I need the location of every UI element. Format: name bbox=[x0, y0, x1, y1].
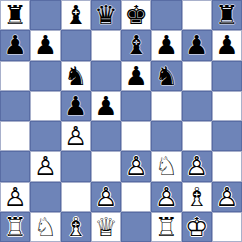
square-a1[interactable]: ♜♖ bbox=[0, 212, 30, 242]
square-h5[interactable] bbox=[212, 91, 242, 121]
square-e1[interactable] bbox=[121, 212, 151, 242]
square-e2[interactable] bbox=[121, 182, 151, 212]
piece-white-king[interactable]: ♚♔ bbox=[182, 212, 212, 242]
square-g1[interactable]: ♚♔ bbox=[182, 212, 212, 242]
piece-outline-glyph: ♕ bbox=[91, 212, 121, 242]
square-b2[interactable] bbox=[30, 182, 60, 212]
piece-glyph: ♜ bbox=[0, 0, 30, 30]
piece-black-pawn[interactable]: ♟ bbox=[121, 61, 151, 91]
piece-black-knight[interactable]: ♞ bbox=[61, 61, 91, 91]
piece-glyph: ♞ bbox=[151, 61, 181, 91]
square-d5[interactable]: ♟ bbox=[91, 91, 121, 121]
square-d1[interactable]: ♛♕ bbox=[91, 212, 121, 242]
piece-glyph: ♟ bbox=[0, 30, 30, 60]
piece-black-king[interactable]: ♚ bbox=[121, 0, 151, 30]
piece-outline-glyph: ♗ bbox=[61, 212, 91, 242]
square-b8[interactable] bbox=[30, 0, 60, 30]
square-h4[interactable] bbox=[212, 121, 242, 151]
square-d4[interactable] bbox=[91, 121, 121, 151]
square-a6[interactable] bbox=[0, 61, 30, 91]
square-c6[interactable]: ♞ bbox=[61, 61, 91, 91]
piece-black-rook[interactable]: ♜ bbox=[0, 0, 30, 30]
piece-black-knight[interactable]: ♞ bbox=[151, 61, 181, 91]
square-c7[interactable] bbox=[61, 30, 91, 60]
square-g4[interactable] bbox=[182, 121, 212, 151]
square-d3[interactable] bbox=[91, 151, 121, 181]
piece-outline-glyph: ♖ bbox=[0, 212, 30, 242]
square-a3[interactable] bbox=[0, 151, 30, 181]
square-a5[interactable] bbox=[0, 91, 30, 121]
square-b7[interactable]: ♟ bbox=[30, 30, 60, 60]
piece-glyph: ♚ bbox=[121, 0, 151, 30]
piece-glyph: ♟ bbox=[61, 91, 91, 121]
piece-glyph: ♝ bbox=[61, 0, 91, 30]
piece-white-knight[interactable]: ♞♘ bbox=[151, 151, 181, 181]
piece-white-pawn[interactable]: ♟♙ bbox=[61, 121, 91, 151]
square-a2[interactable]: ♟♙ bbox=[0, 182, 30, 212]
square-b3[interactable]: ♟♙ bbox=[30, 151, 60, 181]
piece-white-rook[interactable]: ♜♖ bbox=[0, 212, 30, 242]
piece-black-bishop[interactable]: ♝ bbox=[121, 30, 151, 60]
piece-white-bishop[interactable]: ♝♗ bbox=[61, 212, 91, 242]
square-c5[interactable]: ♟ bbox=[61, 91, 91, 121]
piece-glyph: ♟ bbox=[30, 30, 60, 60]
square-c8[interactable]: ♝ bbox=[61, 0, 91, 30]
piece-black-rook[interactable]: ♜ bbox=[212, 0, 242, 30]
piece-black-queen[interactable]: ♛ bbox=[91, 0, 121, 30]
square-g3[interactable]: ♟♙ bbox=[182, 151, 212, 181]
piece-glyph: ♟ bbox=[151, 30, 181, 60]
square-f5[interactable] bbox=[151, 91, 181, 121]
square-g7[interactable]: ♟ bbox=[182, 30, 212, 60]
square-b5[interactable] bbox=[30, 91, 60, 121]
piece-outline-glyph: ♗ bbox=[182, 182, 212, 212]
piece-black-pawn[interactable]: ♟ bbox=[0, 30, 30, 60]
square-c3[interactable] bbox=[61, 151, 91, 181]
square-f2[interactable]: ♟♙ bbox=[151, 182, 181, 212]
piece-glyph: ♞ bbox=[61, 61, 91, 91]
square-e5[interactable] bbox=[121, 91, 151, 121]
square-h7[interactable]: ♟ bbox=[212, 30, 242, 60]
square-c1[interactable]: ♝♗ bbox=[61, 212, 91, 242]
piece-white-queen[interactable]: ♛♕ bbox=[91, 212, 121, 242]
square-a4[interactable] bbox=[0, 121, 30, 151]
square-f4[interactable] bbox=[151, 121, 181, 151]
piece-black-bishop[interactable]: ♝ bbox=[61, 0, 91, 30]
square-h3[interactable] bbox=[212, 151, 242, 181]
piece-outline-glyph: ♙ bbox=[212, 182, 242, 212]
piece-outline-glyph: ♙ bbox=[91, 182, 121, 212]
piece-white-pawn[interactable]: ♟♙ bbox=[151, 182, 181, 212]
square-e6[interactable]: ♟ bbox=[121, 61, 151, 91]
square-f1[interactable]: ♜♖ bbox=[151, 212, 181, 242]
square-d8[interactable]: ♛ bbox=[91, 0, 121, 30]
piece-white-pawn[interactable]: ♟♙ bbox=[182, 151, 212, 181]
piece-black-pawn[interactable]: ♟ bbox=[182, 30, 212, 60]
square-f8[interactable] bbox=[151, 0, 181, 30]
square-c4[interactable]: ♟♙ bbox=[61, 121, 91, 151]
piece-outline-glyph: ♙ bbox=[30, 151, 60, 181]
piece-white-bishop[interactable]: ♝♗ bbox=[182, 182, 212, 212]
piece-white-rook[interactable]: ♜♖ bbox=[151, 212, 181, 242]
square-g2[interactable]: ♝♗ bbox=[182, 182, 212, 212]
piece-glyph: ♟ bbox=[91, 91, 121, 121]
square-b1[interactable]: ♞♘ bbox=[30, 212, 60, 242]
piece-glyph: ♝ bbox=[121, 30, 151, 60]
square-e7[interactable]: ♝ bbox=[121, 30, 151, 60]
square-a7[interactable]: ♟ bbox=[0, 30, 30, 60]
square-h1[interactable] bbox=[212, 212, 242, 242]
square-h8[interactable]: ♜ bbox=[212, 0, 242, 30]
piece-white-pawn[interactable]: ♟♙ bbox=[212, 182, 242, 212]
piece-white-pawn[interactable]: ♟♙ bbox=[91, 182, 121, 212]
piece-outline-glyph: ♙ bbox=[121, 151, 151, 181]
square-f6[interactable]: ♞ bbox=[151, 61, 181, 91]
piece-outline-glyph: ♘ bbox=[30, 212, 60, 242]
square-d6[interactable] bbox=[91, 61, 121, 91]
square-a8[interactable]: ♜ bbox=[0, 0, 30, 30]
square-h6[interactable] bbox=[212, 61, 242, 91]
piece-outline-glyph: ♖ bbox=[151, 212, 181, 242]
piece-glyph: ♟ bbox=[212, 30, 242, 60]
piece-black-pawn[interactable]: ♟ bbox=[212, 30, 242, 60]
square-h2[interactable]: ♟♙ bbox=[212, 182, 242, 212]
square-d7[interactable] bbox=[91, 30, 121, 60]
piece-outline-glyph: ♘ bbox=[151, 151, 181, 181]
piece-white-pawn[interactable]: ♟♙ bbox=[121, 151, 151, 181]
piece-black-pawn[interactable]: ♟ bbox=[61, 91, 91, 121]
square-e3[interactable]: ♟♙ bbox=[121, 151, 151, 181]
square-f7[interactable]: ♟ bbox=[151, 30, 181, 60]
piece-glyph: ♟ bbox=[182, 30, 212, 60]
piece-outline-glyph: ♙ bbox=[182, 151, 212, 181]
piece-outline-glyph: ♙ bbox=[0, 182, 30, 212]
piece-glyph: ♛ bbox=[91, 0, 121, 30]
piece-outline-glyph: ♔ bbox=[182, 212, 212, 242]
square-e8[interactable]: ♚ bbox=[121, 0, 151, 30]
piece-white-pawn[interactable]: ♟♙ bbox=[0, 182, 30, 212]
piece-black-pawn[interactable]: ♟ bbox=[30, 30, 60, 60]
square-f3[interactable]: ♞♘ bbox=[151, 151, 181, 181]
square-g5[interactable] bbox=[182, 91, 212, 121]
square-b6[interactable] bbox=[30, 61, 60, 91]
piece-white-pawn[interactable]: ♟♙ bbox=[30, 151, 60, 181]
square-d2[interactable]: ♟♙ bbox=[91, 182, 121, 212]
chess-board: ♜♝♛♚♜♟♟♝♟♟♟♞♟♞♟♟♟♙♟♙♟♙♞♘♟♙♟♙♟♙♟♙♝♗♟♙♜♖♞♘… bbox=[0, 0, 242, 242]
piece-black-pawn[interactable]: ♟ bbox=[91, 91, 121, 121]
square-c2[interactable] bbox=[61, 182, 91, 212]
piece-glyph: ♟ bbox=[121, 61, 151, 91]
square-g8[interactable] bbox=[182, 0, 212, 30]
square-b4[interactable] bbox=[30, 121, 60, 151]
piece-outline-glyph: ♙ bbox=[151, 182, 181, 212]
square-g6[interactable] bbox=[182, 61, 212, 91]
piece-glyph: ♜ bbox=[212, 0, 242, 30]
piece-white-knight[interactable]: ♞♘ bbox=[30, 212, 60, 242]
square-e4[interactable] bbox=[121, 121, 151, 151]
piece-black-pawn[interactable]: ♟ bbox=[151, 30, 181, 60]
piece-outline-glyph: ♙ bbox=[61, 121, 91, 151]
